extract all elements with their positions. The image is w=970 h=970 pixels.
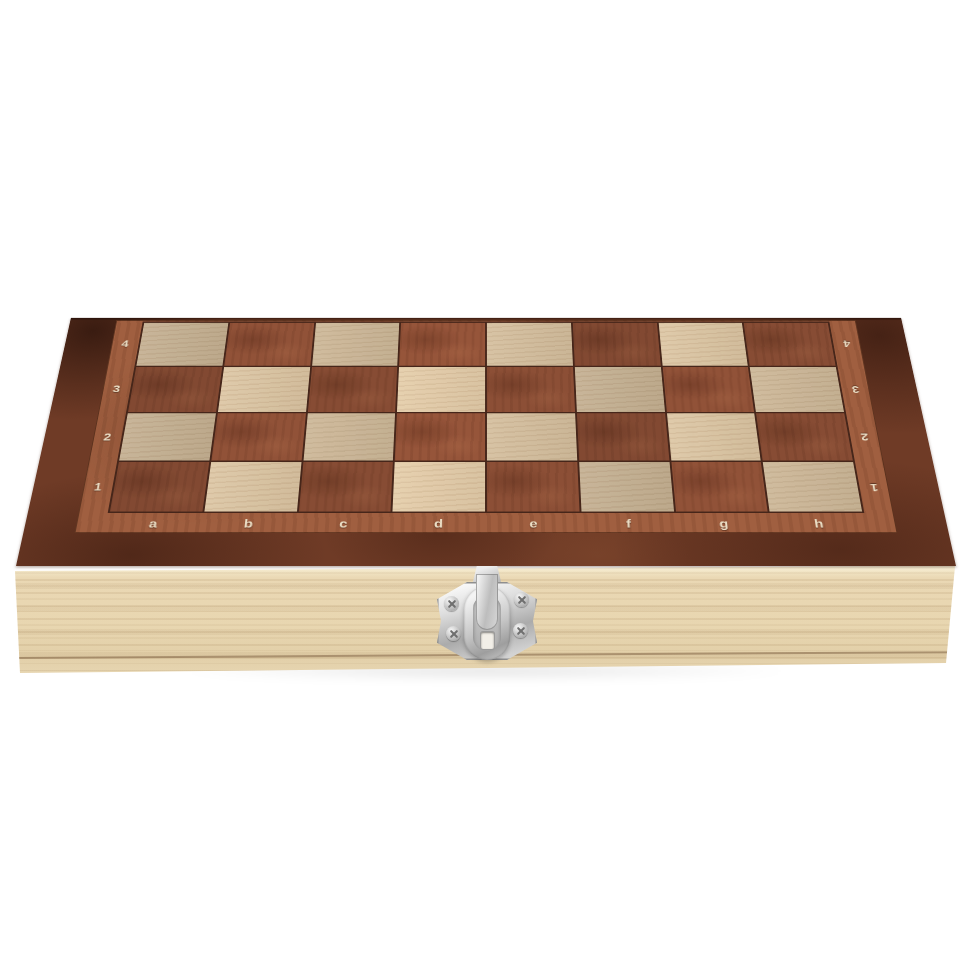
square-a3 <box>128 367 222 412</box>
square-f2 <box>577 413 669 460</box>
square-e4 <box>487 323 573 366</box>
square-h4 <box>744 323 836 366</box>
board-lid-top: 4321 4321 abcdefgh <box>16 318 956 566</box>
square-g2 <box>667 413 761 460</box>
square-f4 <box>573 323 661 366</box>
square-d1 <box>393 462 485 512</box>
square-d2 <box>395 413 485 460</box>
square-e1 <box>487 462 579 512</box>
latch-assembly <box>432 566 542 664</box>
checkerboard <box>108 321 865 513</box>
latch-screw-bottom-left <box>446 626 461 641</box>
file-label-a: a <box>104 513 202 533</box>
file-labels: abcdefgh <box>104 513 868 533</box>
square-a2 <box>119 413 216 460</box>
square-h1 <box>763 462 862 512</box>
square-h3 <box>750 367 844 412</box>
square-c3 <box>307 367 397 412</box>
square-c1 <box>298 462 393 512</box>
square-e2 <box>487 413 577 460</box>
square-b1 <box>204 462 301 512</box>
square-b4 <box>224 323 314 366</box>
square-f1 <box>579 462 674 512</box>
square-d3 <box>397 367 485 412</box>
file-label-e: e <box>486 513 581 533</box>
square-f3 <box>575 367 665 412</box>
latch-slot <box>481 632 494 649</box>
square-a4 <box>136 323 228 366</box>
file-label-f: f <box>581 513 677 533</box>
latch-screw-bottom-right <box>513 623 528 638</box>
latch-screw-top-left <box>444 596 459 611</box>
file-label-g: g <box>675 513 772 533</box>
square-g1 <box>671 462 768 512</box>
square-c4 <box>312 323 400 366</box>
square-c2 <box>303 413 395 460</box>
file-label-c: c <box>295 513 391 533</box>
square-g3 <box>662 367 754 412</box>
square-e3 <box>487 367 575 412</box>
square-b3 <box>218 367 310 412</box>
latch-tongue <box>476 574 498 630</box>
file-label-b: b <box>200 513 297 533</box>
square-h2 <box>756 413 853 460</box>
square-b2 <box>211 413 305 460</box>
square-g4 <box>658 323 748 366</box>
latch-screw-top-right <box>514 592 529 607</box>
square-d4 <box>399 323 485 366</box>
file-label-d: d <box>391 513 486 533</box>
square-a1 <box>110 462 209 512</box>
file-label-h: h <box>770 513 868 533</box>
product-photo-chess-box: 4321 4321 abcdefgh <box>0 0 970 970</box>
